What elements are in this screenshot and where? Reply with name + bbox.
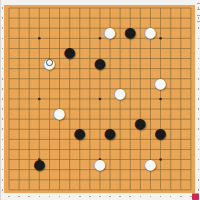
intersection[interactable] xyxy=(165,148,175,158)
intersection[interactable] xyxy=(34,118,44,128)
intersection[interactable] xyxy=(75,37,85,47)
intersection[interactable] xyxy=(125,158,135,168)
intersection[interactable] xyxy=(54,88,64,98)
intersection[interactable] xyxy=(165,37,175,47)
intersection[interactable] xyxy=(155,169,165,179)
intersection[interactable] xyxy=(135,179,145,189)
intersection[interactable] xyxy=(75,78,85,88)
intersection[interactable] xyxy=(4,179,14,189)
intersection[interactable] xyxy=(24,88,34,98)
intersection[interactable] xyxy=(54,27,64,37)
intersection[interactable] xyxy=(14,27,24,37)
intersection[interactable] xyxy=(65,88,75,98)
intersection[interactable] xyxy=(14,148,24,158)
intersection[interactable] xyxy=(65,68,75,78)
intersection[interactable] xyxy=(75,17,85,27)
intersection[interactable] xyxy=(145,98,155,108)
coordinate-tick xyxy=(129,196,131,198)
intersection[interactable]: ● xyxy=(155,128,165,138)
intersection[interactable] xyxy=(165,169,175,179)
intersection[interactable] xyxy=(115,98,125,108)
intersection[interactable] xyxy=(155,148,165,158)
intersection[interactable] xyxy=(105,7,115,17)
intersection[interactable] xyxy=(24,17,34,27)
intersection[interactable] xyxy=(176,148,186,158)
intersection[interactable] xyxy=(4,118,14,128)
intersection[interactable] xyxy=(85,98,95,108)
intersection[interactable] xyxy=(186,169,196,179)
intersection[interactable] xyxy=(176,27,186,37)
intersection[interactable] xyxy=(4,27,14,37)
intersection[interactable] xyxy=(165,78,175,88)
intersection[interactable] xyxy=(44,148,54,158)
intersection[interactable] xyxy=(85,118,95,128)
intersection[interactable]: ● xyxy=(95,58,105,68)
intersection[interactable] xyxy=(165,17,175,27)
intersection[interactable] xyxy=(75,148,85,158)
intersection[interactable] xyxy=(44,138,54,148)
intersection[interactable] xyxy=(165,128,175,138)
intersection[interactable] xyxy=(115,37,125,47)
coordinate-tick xyxy=(2,17,4,19)
intersection[interactable] xyxy=(75,68,85,78)
intersection[interactable] xyxy=(85,179,95,189)
intersection[interactable] xyxy=(165,58,175,68)
intersection[interactable] xyxy=(85,27,95,37)
intersection[interactable] xyxy=(165,138,175,148)
intersection[interactable] xyxy=(95,98,105,108)
intersection[interactable] xyxy=(105,148,115,158)
intersection[interactable] xyxy=(54,158,64,168)
intersection[interactable] xyxy=(145,37,155,47)
intersection[interactable] xyxy=(24,58,34,68)
intersection[interactable] xyxy=(95,138,105,148)
intersection[interactable] xyxy=(14,88,24,98)
intersection[interactable] xyxy=(115,68,125,78)
intersection[interactable] xyxy=(24,37,34,47)
intersection[interactable] xyxy=(176,158,186,168)
intersection[interactable] xyxy=(135,47,145,57)
intersection[interactable] xyxy=(44,7,54,17)
intersection[interactable] xyxy=(125,37,135,47)
intersection[interactable] xyxy=(186,37,196,47)
intersection[interactable] xyxy=(176,169,186,179)
intersection[interactable] xyxy=(85,108,95,118)
intersection[interactable] xyxy=(4,7,14,17)
intersection[interactable] xyxy=(44,68,54,78)
intersection[interactable] xyxy=(125,58,135,68)
intersection[interactable] xyxy=(34,108,44,118)
intersection[interactable] xyxy=(14,179,24,189)
intersection[interactable] xyxy=(135,169,145,179)
intersection[interactable]: ● xyxy=(95,158,105,168)
coordinate-tick xyxy=(89,196,91,198)
intersection[interactable]: ● xyxy=(105,128,115,138)
intersection[interactable]: ● xyxy=(125,27,135,37)
intersection[interactable] xyxy=(4,128,14,138)
intersection[interactable] xyxy=(155,27,165,37)
intersection[interactable] xyxy=(135,68,145,78)
intersection[interactable] xyxy=(115,47,125,57)
intersection[interactable] xyxy=(125,148,135,158)
intersection[interactable] xyxy=(115,118,125,128)
intersection[interactable] xyxy=(155,108,165,118)
intersection[interactable] xyxy=(105,98,115,108)
intersection[interactable] xyxy=(186,148,196,158)
intersection[interactable] xyxy=(75,58,85,68)
intersection[interactable] xyxy=(115,108,125,118)
intersection[interactable] xyxy=(44,169,54,179)
intersection[interactable] xyxy=(24,68,34,78)
intersection[interactable] xyxy=(176,98,186,108)
intersection[interactable] xyxy=(14,169,24,179)
intersection[interactable] xyxy=(75,88,85,98)
intersection[interactable] xyxy=(44,17,54,27)
intersection[interactable] xyxy=(95,7,105,17)
intersection[interactable] xyxy=(14,7,24,17)
intersection[interactable] xyxy=(75,138,85,148)
intersection[interactable] xyxy=(176,128,186,138)
intersection[interactable] xyxy=(14,47,24,57)
intersection[interactable] xyxy=(155,37,165,47)
intersection[interactable] xyxy=(176,47,186,57)
intersection[interactable] xyxy=(125,179,135,189)
intersection[interactable] xyxy=(14,17,24,27)
intersection[interactable] xyxy=(44,118,54,128)
intersection[interactable] xyxy=(135,37,145,47)
intersection[interactable] xyxy=(155,88,165,98)
intersection[interactable] xyxy=(14,68,24,78)
intersection[interactable] xyxy=(75,108,85,118)
intersection[interactable] xyxy=(34,98,44,108)
intersection[interactable] xyxy=(44,78,54,88)
intersection[interactable] xyxy=(125,88,135,98)
intersection[interactable] xyxy=(125,68,135,78)
intersection[interactable] xyxy=(165,98,175,108)
intersection[interactable] xyxy=(24,118,34,128)
intersection[interactable]: ● xyxy=(54,108,64,118)
intersection[interactable] xyxy=(54,68,64,78)
intersection[interactable] xyxy=(176,108,186,118)
intersection[interactable] xyxy=(165,27,175,37)
intersection[interactable] xyxy=(95,169,105,179)
intersection[interactable] xyxy=(75,158,85,168)
intersection[interactable] xyxy=(44,158,54,168)
intersection[interactable] xyxy=(34,37,44,47)
intersection[interactable] xyxy=(4,88,14,98)
intersection[interactable] xyxy=(186,88,196,98)
intersection[interactable]: ● xyxy=(65,47,75,57)
intersection[interactable] xyxy=(14,78,24,88)
intersection[interactable] xyxy=(14,158,24,168)
intersection[interactable] xyxy=(115,128,125,138)
intersection[interactable] xyxy=(34,7,44,17)
intersection[interactable] xyxy=(4,169,14,179)
intersection[interactable] xyxy=(85,138,95,148)
intersection[interactable] xyxy=(125,169,135,179)
intersection[interactable] xyxy=(14,108,24,118)
intersection[interactable] xyxy=(54,17,64,27)
intersection[interactable] xyxy=(176,78,186,88)
intersection[interactable] xyxy=(65,108,75,118)
intersection[interactable] xyxy=(105,158,115,168)
intersection[interactable] xyxy=(155,138,165,148)
intersection[interactable] xyxy=(155,158,165,168)
intersection[interactable] xyxy=(135,138,145,148)
intersection[interactable] xyxy=(65,138,75,148)
intersection[interactable] xyxy=(54,169,64,179)
intersection[interactable] xyxy=(186,98,196,108)
intersection[interactable]: ● xyxy=(34,158,44,168)
intersection[interactable] xyxy=(115,148,125,158)
intersection[interactable] xyxy=(135,7,145,17)
intersection[interactable] xyxy=(14,128,24,138)
intersection[interactable] xyxy=(155,7,165,17)
intersection[interactable] xyxy=(14,37,24,47)
intersection[interactable] xyxy=(75,179,85,189)
intersection[interactable] xyxy=(186,58,196,68)
intersection[interactable] xyxy=(44,88,54,98)
intersection[interactable] xyxy=(4,108,14,118)
intersection[interactable] xyxy=(135,88,145,98)
intersection[interactable] xyxy=(85,169,95,179)
intersection[interactable] xyxy=(186,78,196,88)
intersection[interactable] xyxy=(54,128,64,138)
intersection[interactable] xyxy=(186,17,196,27)
intersection[interactable] xyxy=(85,78,95,88)
intersection[interactable] xyxy=(125,128,135,138)
intersection[interactable] xyxy=(95,179,105,189)
intersection[interactable] xyxy=(24,7,34,17)
intersection[interactable] xyxy=(105,108,115,118)
intersection[interactable] xyxy=(65,179,75,189)
intersection[interactable] xyxy=(95,78,105,88)
intersection[interactable] xyxy=(186,158,196,168)
intersection[interactable] xyxy=(135,78,145,88)
intersection[interactable] xyxy=(125,138,135,148)
intersection[interactable] xyxy=(24,138,34,148)
intersection[interactable] xyxy=(145,88,155,98)
intersection[interactable] xyxy=(105,47,115,57)
intersection[interactable] xyxy=(4,148,14,158)
intersection[interactable] xyxy=(135,58,145,68)
intersection[interactable] xyxy=(4,58,14,68)
intersection[interactable] xyxy=(135,128,145,138)
intersection[interactable] xyxy=(125,7,135,17)
intersection[interactable] xyxy=(14,138,24,148)
intersection[interactable] xyxy=(105,37,115,47)
intersection[interactable] xyxy=(186,27,196,37)
intersection[interactable] xyxy=(44,27,54,37)
intersection[interactable] xyxy=(24,108,34,118)
intersection[interactable] xyxy=(176,68,186,78)
intersection[interactable] xyxy=(115,7,125,17)
intersection[interactable] xyxy=(34,138,44,148)
last-move-marker xyxy=(46,59,52,65)
intersection[interactable] xyxy=(186,138,196,148)
intersection[interactable] xyxy=(34,17,44,27)
intersection[interactable] xyxy=(85,88,95,98)
intersection[interactable] xyxy=(176,7,186,17)
intersection[interactable] xyxy=(176,88,186,98)
intersection[interactable] xyxy=(186,47,196,57)
intersection[interactable] xyxy=(115,58,125,68)
coordinate-tick xyxy=(109,196,111,198)
intersection[interactable] xyxy=(95,37,105,47)
intersection[interactable] xyxy=(65,58,75,68)
intersection[interactable] xyxy=(4,47,14,57)
intersection[interactable] xyxy=(176,138,186,148)
intersection[interactable] xyxy=(34,169,44,179)
intersection[interactable] xyxy=(34,78,44,88)
intersection[interactable]: ● xyxy=(44,58,54,68)
intersection[interactable] xyxy=(65,17,75,27)
intersection[interactable] xyxy=(125,98,135,108)
intersection[interactable] xyxy=(24,78,34,88)
intersection[interactable] xyxy=(186,128,196,138)
intersection[interactable] xyxy=(155,179,165,189)
intersection[interactable] xyxy=(105,68,115,78)
go-board[interactable]: ●●●●●●●●●●●●●●●● xyxy=(4,5,195,193)
intersection[interactable] xyxy=(145,138,155,148)
intersection[interactable] xyxy=(105,58,115,68)
intersection[interactable] xyxy=(14,118,24,128)
intersection[interactable] xyxy=(24,128,34,138)
intersection[interactable]: ● xyxy=(145,27,155,37)
intersection[interactable] xyxy=(176,58,186,68)
intersection[interactable] xyxy=(115,158,125,168)
intersection[interactable] xyxy=(65,78,75,88)
intersection[interactable] xyxy=(176,17,186,27)
intersection[interactable] xyxy=(125,47,135,57)
intersection[interactable] xyxy=(4,158,14,168)
stone-grid[interactable]: ●●●●●●●●●●●●●●●● xyxy=(4,7,196,199)
intersection[interactable] xyxy=(44,37,54,47)
intersection[interactable] xyxy=(95,68,105,78)
intersection[interactable] xyxy=(44,179,54,189)
intersection[interactable] xyxy=(65,98,75,108)
intersection[interactable] xyxy=(34,88,44,98)
intersection[interactable] xyxy=(105,179,115,189)
intersection[interactable] xyxy=(44,128,54,138)
intersection[interactable]: ● xyxy=(145,158,155,168)
intersection[interactable] xyxy=(4,17,14,27)
intersection[interactable] xyxy=(4,68,14,78)
intersection[interactable] xyxy=(145,179,155,189)
intersection[interactable] xyxy=(24,179,34,189)
intersection[interactable] xyxy=(14,98,24,108)
intersection[interactable] xyxy=(65,148,75,158)
intersection[interactable] xyxy=(65,27,75,37)
intersection[interactable] xyxy=(105,169,115,179)
intersection[interactable] xyxy=(186,179,196,189)
intersection[interactable] xyxy=(24,98,34,108)
intersection[interactable] xyxy=(34,128,44,138)
intersection[interactable] xyxy=(24,47,34,57)
intersection[interactable] xyxy=(186,68,196,78)
intersection[interactable] xyxy=(176,118,186,128)
intersection[interactable] xyxy=(155,17,165,27)
intersection[interactable] xyxy=(85,68,95,78)
intersection[interactable] xyxy=(145,169,155,179)
intersection[interactable] xyxy=(165,108,175,118)
intersection[interactable] xyxy=(65,7,75,17)
intersection[interactable] xyxy=(75,7,85,17)
intersection[interactable] xyxy=(155,58,165,68)
intersection[interactable] xyxy=(95,108,105,118)
intersection[interactable] xyxy=(54,78,64,88)
intersection[interactable] xyxy=(34,68,44,78)
intersection[interactable] xyxy=(155,47,165,57)
intersection[interactable] xyxy=(54,148,64,158)
intersection[interactable] xyxy=(145,7,155,17)
intersection[interactable] xyxy=(85,7,95,17)
intersection[interactable] xyxy=(115,138,125,148)
intersection[interactable] xyxy=(186,108,196,118)
intersection[interactable] xyxy=(165,47,175,57)
intersection[interactable] xyxy=(65,158,75,168)
intersection[interactable]: ● xyxy=(135,118,145,128)
intersection[interactable]: ● xyxy=(155,78,165,88)
intersection[interactable] xyxy=(165,158,175,168)
intersection[interactable] xyxy=(4,138,14,148)
intersection[interactable] xyxy=(105,138,115,148)
intersection[interactable] xyxy=(155,98,165,108)
intersection[interactable] xyxy=(75,169,85,179)
intersection[interactable] xyxy=(186,118,196,128)
intersection[interactable] xyxy=(125,78,135,88)
intersection[interactable] xyxy=(165,179,175,189)
coordinate-tick xyxy=(198,149,200,151)
intersection[interactable] xyxy=(75,27,85,37)
intersection[interactable] xyxy=(54,138,64,148)
intersection[interactable] xyxy=(24,169,34,179)
intersection[interactable] xyxy=(4,37,14,47)
intersection[interactable] xyxy=(54,118,64,128)
intersection[interactable] xyxy=(85,128,95,138)
intersection[interactable] xyxy=(135,98,145,108)
intersection[interactable] xyxy=(145,47,155,57)
intersection[interactable] xyxy=(176,37,186,47)
intersection[interactable] xyxy=(115,179,125,189)
intersection[interactable] xyxy=(75,47,85,57)
intersection[interactable] xyxy=(176,179,186,189)
intersection[interactable] xyxy=(54,58,64,68)
intersection[interactable]: ● xyxy=(105,27,115,37)
intersection[interactable] xyxy=(54,179,64,189)
intersection[interactable]: ● xyxy=(115,88,125,98)
intersection[interactable] xyxy=(165,88,175,98)
intersection[interactable] xyxy=(145,108,155,118)
intersection[interactable] xyxy=(14,58,24,68)
intersection[interactable] xyxy=(54,7,64,17)
intersection[interactable]: ● xyxy=(75,128,85,138)
intersection[interactable] xyxy=(24,27,34,37)
intersection[interactable] xyxy=(34,179,44,189)
intersection[interactable] xyxy=(165,7,175,17)
intersection[interactable] xyxy=(145,58,155,68)
intersection[interactable] xyxy=(115,169,125,179)
intersection[interactable] xyxy=(65,169,75,179)
intersection[interactable] xyxy=(4,98,14,108)
intersection[interactable] xyxy=(75,98,85,108)
intersection[interactable] xyxy=(186,7,196,17)
intersection[interactable] xyxy=(85,37,95,47)
intersection[interactable] xyxy=(34,27,44,37)
intersection[interactable] xyxy=(85,17,95,27)
intersection[interactable] xyxy=(95,88,105,98)
intersection[interactable] xyxy=(4,78,14,88)
